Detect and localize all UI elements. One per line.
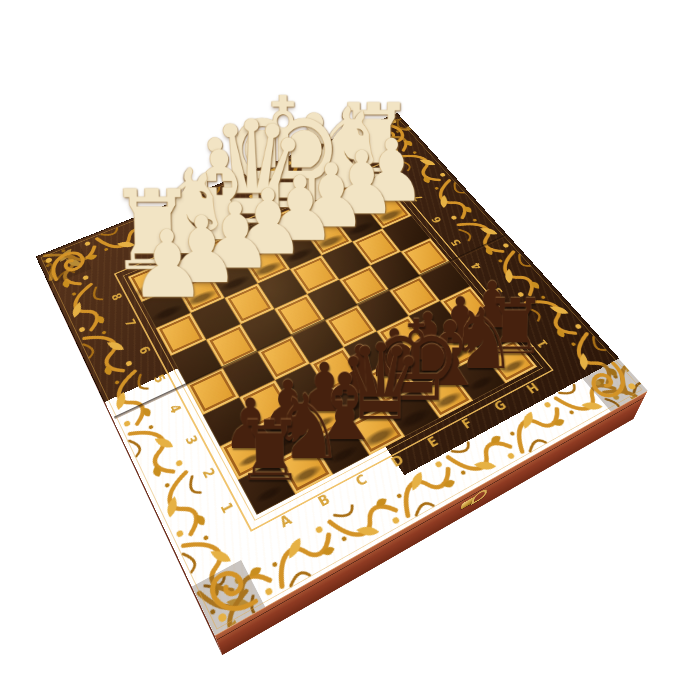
white-pawn-a7-glyph: ♟ bbox=[128, 219, 206, 312]
board-top: ABCDEFGH 87654321 87654321 ♜♞♝♛♚♝♞♜♟♟♟♟♟… bbox=[37, 114, 648, 636]
product-photo-scene: ABCDEFGH 87654321 87654321 ♜♞♝♛♚♝♞♜♟♟♟♟♟… bbox=[0, 0, 700, 700]
pieces-layer: ♜♞♝♛♚♝♞♜♟♟♟♟♟♟♟♟♟♟♟♟♟♟♟♟♜♞♝♛♚♝♞♜ bbox=[37, 114, 648, 636]
chess-box: ABCDEFGH 87654321 87654321 ♜♞♝♛♚♝♞♜♟♟♟♟♟… bbox=[37, 114, 648, 636]
black-rook-a1-glyph: ♜ bbox=[234, 410, 304, 493]
